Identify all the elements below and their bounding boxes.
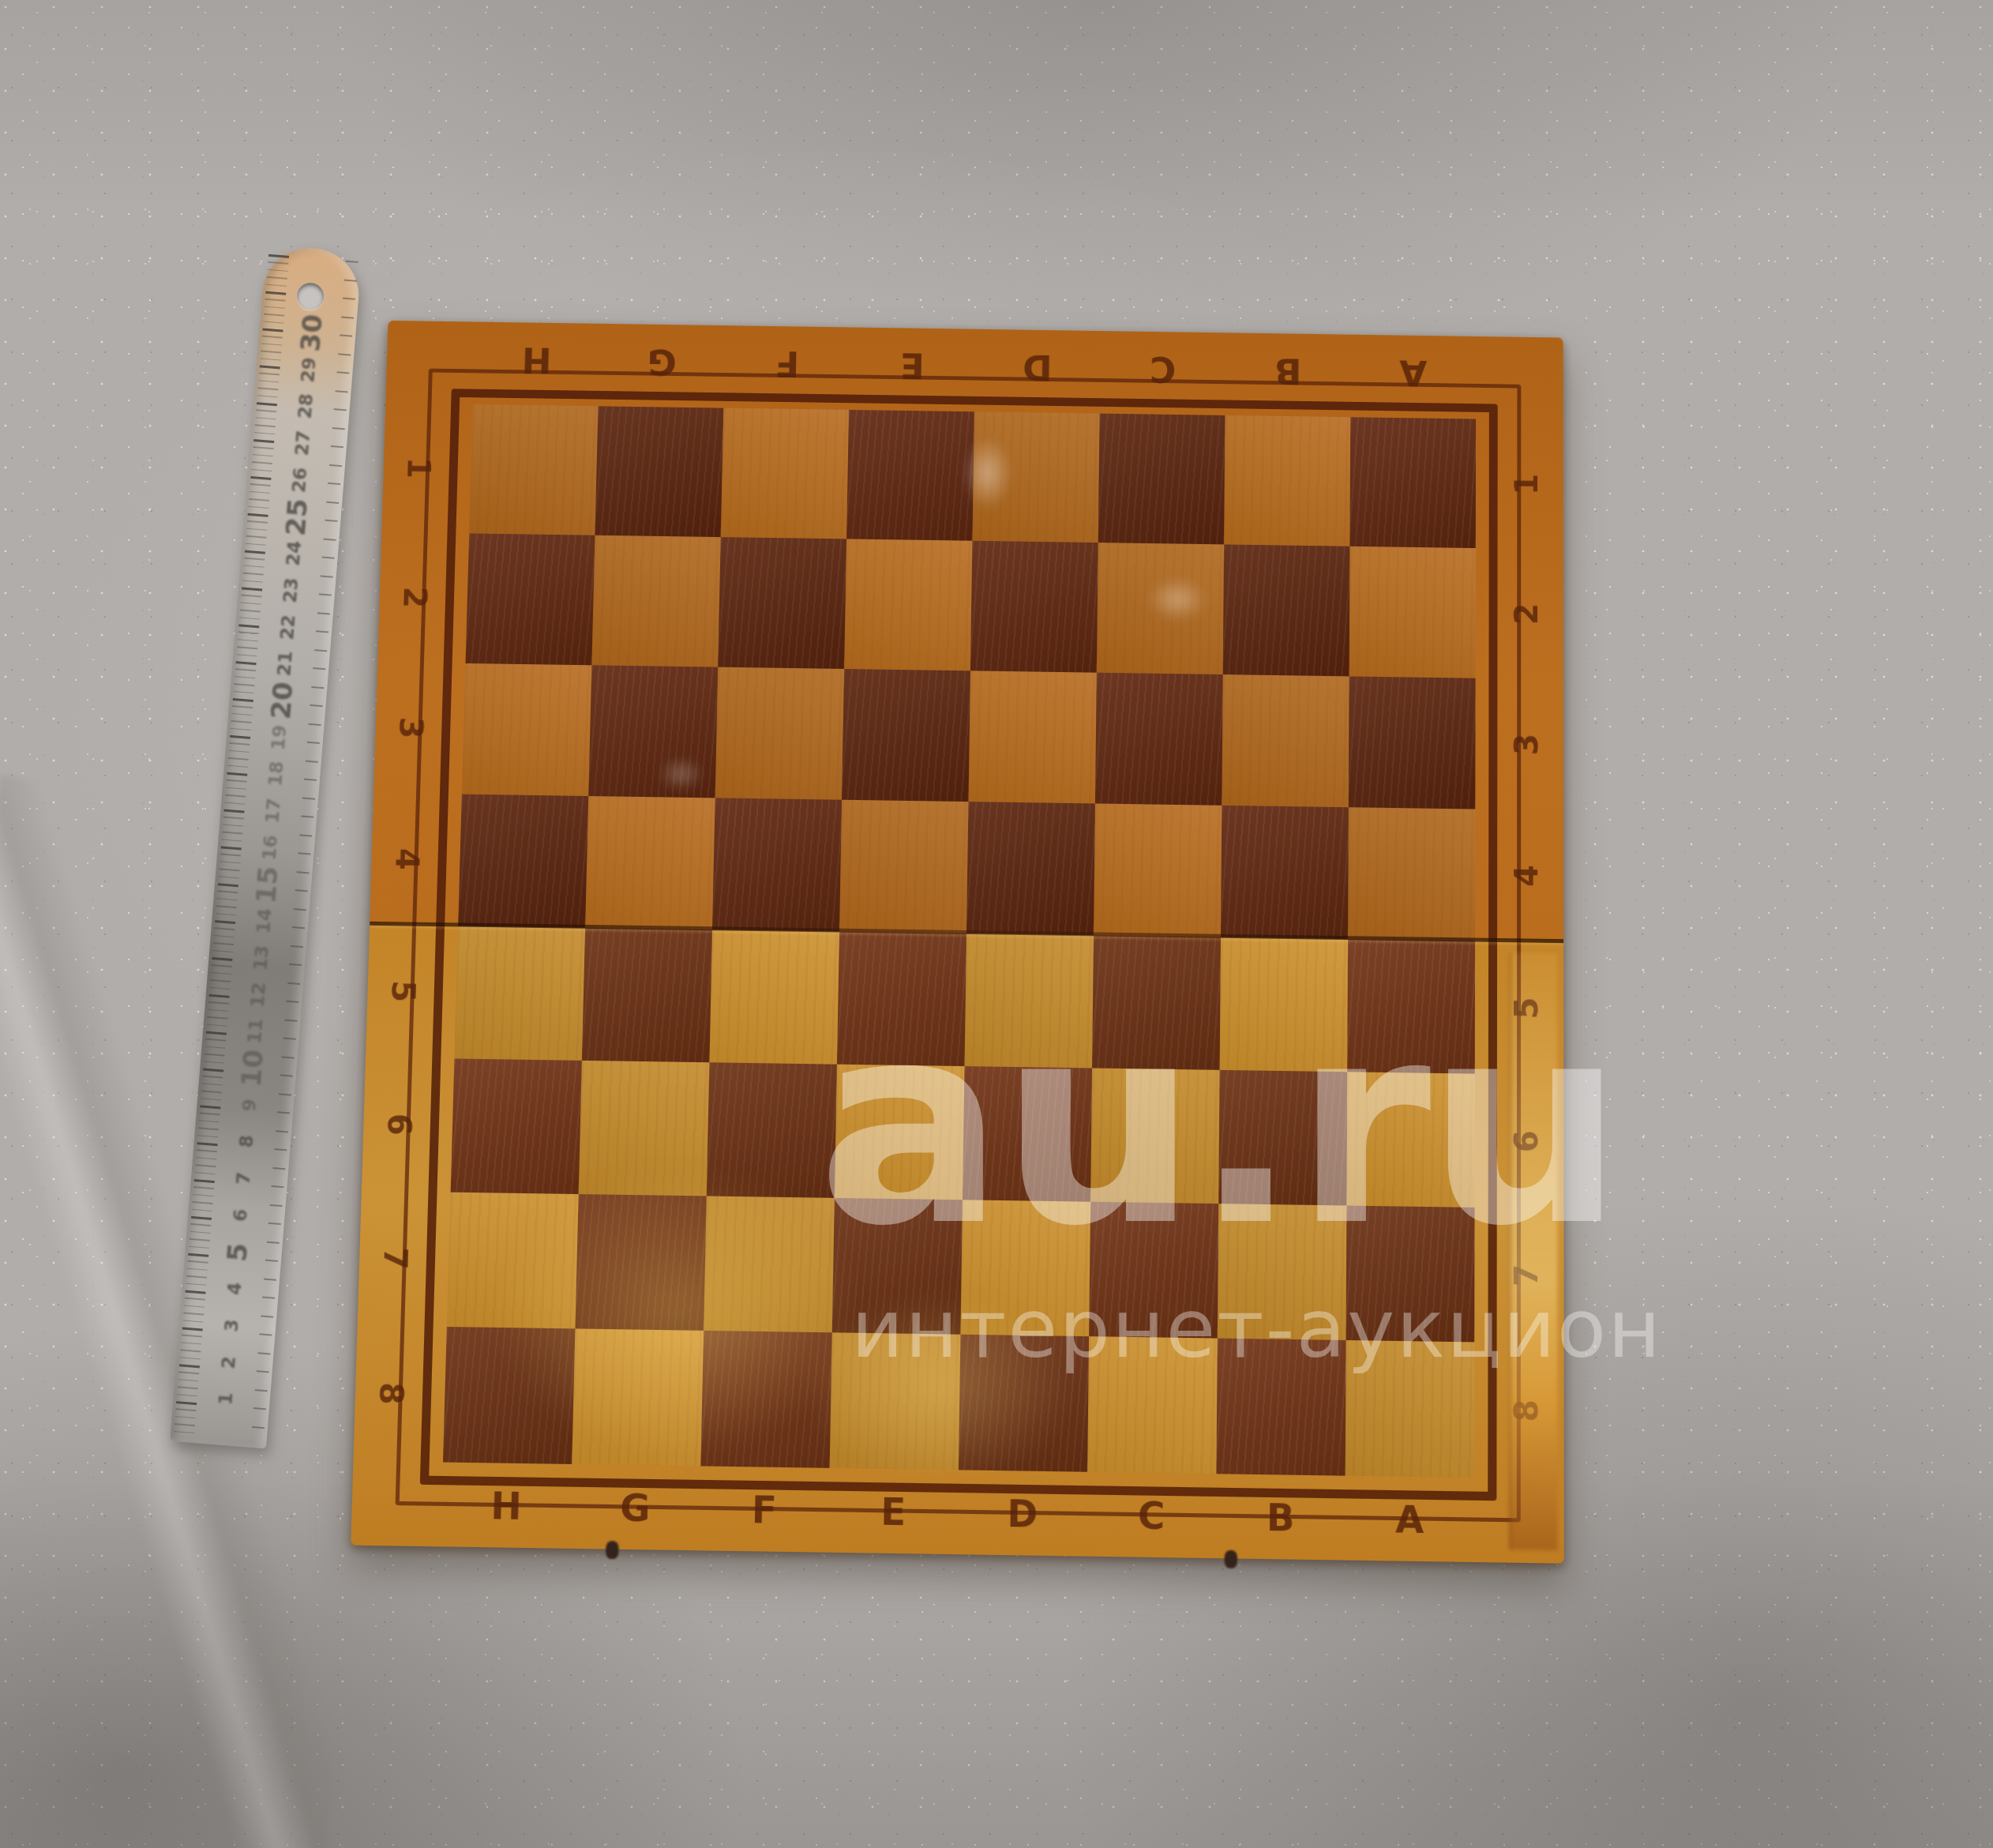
ruler-number-14: 14 <box>247 903 281 940</box>
square-f5 <box>709 930 839 1064</box>
ruler-number-7: 7 <box>227 1160 261 1197</box>
square-d7 <box>960 1200 1090 1336</box>
square-e2 <box>844 539 972 670</box>
ruler-number-27: 27 <box>285 425 319 462</box>
square-a7 <box>1346 1206 1475 1343</box>
square-g2 <box>591 535 720 667</box>
square-g7 <box>575 1194 706 1331</box>
square-g3 <box>588 665 718 798</box>
square-g4 <box>585 796 715 930</box>
ruler-number-9: 9 <box>232 1086 266 1123</box>
ruler-number-10: 10 <box>235 1050 269 1087</box>
ruler-number-1: 1 <box>208 1380 242 1418</box>
ruler-hanging-hole <box>296 282 325 311</box>
hinge-mark <box>605 1541 618 1559</box>
square-h8 <box>443 1327 575 1464</box>
square-e8 <box>830 1332 961 1470</box>
square-b5 <box>1220 937 1348 1072</box>
square-b8 <box>1216 1339 1346 1476</box>
ruler-number-21: 21 <box>268 645 302 682</box>
square-b7 <box>1218 1204 1347 1340</box>
square-b3 <box>1222 674 1349 807</box>
square-a3 <box>1349 676 1476 809</box>
square-h1 <box>469 404 598 535</box>
board-grid <box>443 404 1476 1478</box>
ruler-number-29: 29 <box>291 351 325 389</box>
ruler-number-17: 17 <box>256 792 290 829</box>
square-e5 <box>837 932 966 1066</box>
ruler-number-11: 11 <box>238 1012 272 1050</box>
ruler-number-3: 3 <box>215 1307 249 1344</box>
ruler-number-13: 13 <box>244 939 278 976</box>
square-h6 <box>451 1058 582 1194</box>
square-b4 <box>1221 806 1349 939</box>
ruler-number-26: 26 <box>283 461 317 498</box>
ruler-number-15: 15 <box>250 866 283 903</box>
square-f2 <box>718 537 846 669</box>
square-d6 <box>963 1066 1092 1202</box>
ruler-number-6: 6 <box>223 1196 257 1234</box>
square-f4 <box>712 798 842 931</box>
ruler-number-18: 18 <box>259 756 293 793</box>
square-c2 <box>1097 543 1224 674</box>
square-f8 <box>700 1331 831 1468</box>
ruler-number-8: 8 <box>229 1123 263 1160</box>
square-d4 <box>966 802 1095 935</box>
square-c1 <box>1098 414 1225 545</box>
ruler-number-12: 12 <box>241 976 275 1013</box>
square-h4 <box>458 794 588 928</box>
chessboard: HGFEDCBA HGFEDCBA 12345678 12345678 <box>351 321 1564 1564</box>
square-e3 <box>842 669 970 802</box>
square-c6 <box>1090 1068 1220 1204</box>
square-a8 <box>1346 1340 1475 1478</box>
square-f7 <box>704 1196 835 1332</box>
ruler-number-23: 23 <box>273 572 307 609</box>
square-g5 <box>582 928 712 1062</box>
square-d8 <box>959 1335 1089 1472</box>
ruler-number-28: 28 <box>288 388 322 425</box>
square-d2 <box>970 541 1098 673</box>
ruler-number-4: 4 <box>217 1270 251 1307</box>
square-d5 <box>964 933 1093 1068</box>
square-a4 <box>1348 807 1475 941</box>
square-a5 <box>1347 939 1475 1074</box>
ruler-number-22: 22 <box>271 608 305 645</box>
ruler-number-24: 24 <box>276 535 310 572</box>
square-h5 <box>454 926 585 1060</box>
square-a1 <box>1349 417 1476 548</box>
square-e1 <box>846 410 974 541</box>
square-e6 <box>835 1065 965 1200</box>
square-g1 <box>595 406 723 537</box>
photo-scene: { "game": "chess", "scene": "Overhead ph… <box>0 0 1993 1848</box>
square-b2 <box>1223 544 1350 676</box>
square-e7 <box>832 1198 963 1335</box>
metal-ruler: 1234567891011121314151617181920212223242… <box>170 245 362 1449</box>
square-d1 <box>972 411 1099 543</box>
square-h2 <box>466 533 595 665</box>
square-c3 <box>1095 673 1223 806</box>
square-c4 <box>1094 803 1222 937</box>
ruler-number-25: 25 <box>280 498 313 535</box>
ruler-number-19: 19 <box>261 719 295 756</box>
square-a6 <box>1346 1072 1474 1208</box>
square-h7 <box>447 1193 579 1329</box>
ruler-number-2: 2 <box>212 1343 246 1380</box>
square-b6 <box>1218 1070 1347 1206</box>
square-a2 <box>1349 547 1476 678</box>
square-b1 <box>1224 415 1350 547</box>
square-f1 <box>721 408 849 539</box>
square-e4 <box>839 800 968 933</box>
square-d3 <box>968 670 1096 803</box>
square-h3 <box>462 663 592 796</box>
square-c5 <box>1092 935 1221 1069</box>
ruler-number-5: 5 <box>220 1234 254 1271</box>
ruler-number-30: 30 <box>295 314 328 351</box>
square-g8 <box>572 1328 704 1466</box>
square-f6 <box>707 1062 837 1198</box>
square-c8 <box>1087 1336 1218 1474</box>
ruler-number-20: 20 <box>265 682 298 719</box>
square-c7 <box>1089 1202 1218 1339</box>
square-f3 <box>715 667 844 800</box>
ruler-number-16: 16 <box>253 829 287 866</box>
square-g6 <box>579 1061 710 1196</box>
hinge-mark <box>1224 1550 1237 1568</box>
